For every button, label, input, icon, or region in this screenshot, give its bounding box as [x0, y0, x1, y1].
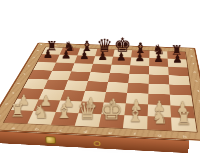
square-e4	[106, 82, 128, 93]
square-g6	[149, 66, 169, 75]
piece-black-pawn: ♟	[75, 50, 93, 61]
rank-label-5: 5	[191, 76, 200, 86]
square-h1: ♜	[171, 117, 197, 131]
chess-set-scene: ♜♞♝♛♚♝♞♜♟♟♟♟♟♟♟♟♟♟♟♟♟♟♟♟♜♞♝♛♚♝♞♜ abcdefg…	[0, 0, 200, 166]
piece-white-rook: ♜	[6, 102, 30, 119]
rank-label-6: 6	[190, 68, 200, 77]
piece-black-pawn: ♟	[112, 51, 131, 62]
square-g4	[148, 84, 169, 95]
square-h5	[169, 75, 190, 85]
rank-label-3: 3	[194, 96, 200, 108]
piece-white-knight: ♞	[147, 108, 171, 127]
piece-black-pawn: ♟	[149, 53, 168, 65]
piece-white-bishop: ♝	[123, 106, 147, 125]
piece-black-pawn: ♟	[168, 53, 187, 65]
rank-label-1: 1	[197, 119, 200, 133]
piece-black-pawn: ♟	[94, 51, 113, 62]
piece-black-pawn: ♟	[57, 49, 75, 60]
rank-label-2: 2	[196, 107, 200, 120]
rank-label-4: 4	[192, 85, 200, 96]
square-f1: ♝	[123, 115, 148, 129]
piece-white-knight: ♞	[29, 102, 53, 120]
piece-black-pawn: ♟	[39, 49, 57, 60]
piece-white-queen: ♛	[76, 99, 100, 123]
chess-board: ♜♞♝♛♚♝♞♜♟♟♟♟♟♟♟♟♟♟♟♟♟♟♟♟♜♞♝♛♚♝♞♜ abcdefg…	[0, 43, 200, 142]
brass-latch	[45, 136, 56, 144]
square-e5	[108, 73, 129, 83]
brass-latch-ring	[94, 141, 101, 146]
piece-white-rook: ♜	[172, 110, 196, 128]
square-d1: ♛	[75, 113, 102, 127]
photo-background: ♜♞♝♛♚♝♞♜♟♟♟♟♟♟♟♟♟♟♟♟♟♟♟♟♜♞♝♛♚♝♞♜ abcdefg…	[0, 0, 200, 166]
piece-black-pawn: ♟	[131, 52, 150, 63]
piece-white-king: ♚	[99, 98, 123, 124]
square-h6	[168, 67, 188, 76]
corner-inlay-dot	[190, 49, 192, 50]
square-e1: ♚	[99, 114, 125, 128]
rank-label-4: 4	[11, 78, 26, 88]
square-g1: ♞	[147, 116, 172, 130]
piece-white-bishop: ♝	[52, 103, 76, 122]
square-g5	[149, 74, 170, 84]
